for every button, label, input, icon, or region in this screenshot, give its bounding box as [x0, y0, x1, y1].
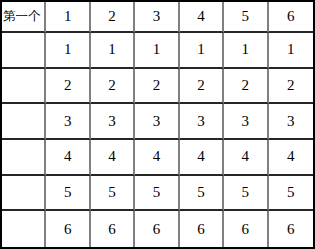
grid-cell: 6 — [224, 211, 268, 247]
row-label-cell — [2, 69, 46, 105]
grid-cell: 6 — [180, 211, 224, 247]
grid-cell: 2 — [224, 69, 268, 105]
grid-cell: 3 — [180, 104, 224, 140]
grid-cell: 4 — [180, 140, 224, 176]
corner-label-cell: 第一个 — [2, 2, 46, 33]
row-label-cell — [2, 140, 46, 176]
grid-cell: 4 — [46, 140, 90, 176]
number-grid-table: 第一个1234561111112222223333334444445555556… — [0, 0, 315, 249]
grid-cell: 4 — [91, 140, 135, 176]
grid-cell: 5 — [135, 176, 179, 212]
header-cell: 4 — [180, 2, 224, 33]
grid-cell: 4 — [269, 140, 313, 176]
grid-cell: 1 — [269, 33, 313, 69]
grid-cell: 1 — [224, 33, 268, 69]
grid-cell: 3 — [46, 104, 90, 140]
header-cell: 1 — [46, 2, 90, 33]
grid-cell: 6 — [91, 211, 135, 247]
grid-cell: 2 — [91, 69, 135, 105]
grid: 第一个1234561111112222223333334444445555556… — [0, 0, 315, 249]
grid-cell: 4 — [135, 140, 179, 176]
grid-cell: 5 — [91, 176, 135, 212]
header-cell: 5 — [224, 2, 268, 33]
grid-cell: 1 — [46, 33, 90, 69]
grid-cell: 5 — [46, 176, 90, 212]
grid-cell: 5 — [224, 176, 268, 212]
grid-cell: 3 — [91, 104, 135, 140]
grid-cell: 3 — [135, 104, 179, 140]
grid-cell: 2 — [180, 69, 224, 105]
header-cell: 2 — [91, 2, 135, 33]
grid-cell: 4 — [224, 140, 268, 176]
header-cell: 6 — [269, 2, 313, 33]
grid-cell: 6 — [269, 211, 313, 247]
grid-cell: 1 — [135, 33, 179, 69]
row-label-cell — [2, 33, 46, 69]
grid-cell: 2 — [135, 69, 179, 105]
grid-cell: 3 — [224, 104, 268, 140]
grid-cell: 2 — [46, 69, 90, 105]
grid-cell: 6 — [46, 211, 90, 247]
row-label-cell — [2, 104, 46, 140]
grid-cell: 1 — [180, 33, 224, 69]
grid-cell: 2 — [269, 69, 313, 105]
grid-cell: 5 — [180, 176, 224, 212]
grid-cell: 1 — [91, 33, 135, 69]
grid-cell: 3 — [269, 104, 313, 140]
grid-cell: 6 — [135, 211, 179, 247]
header-cell: 3 — [135, 2, 179, 33]
row-label-cell — [2, 176, 46, 212]
grid-cell: 5 — [269, 176, 313, 212]
row-label-cell — [2, 211, 46, 247]
